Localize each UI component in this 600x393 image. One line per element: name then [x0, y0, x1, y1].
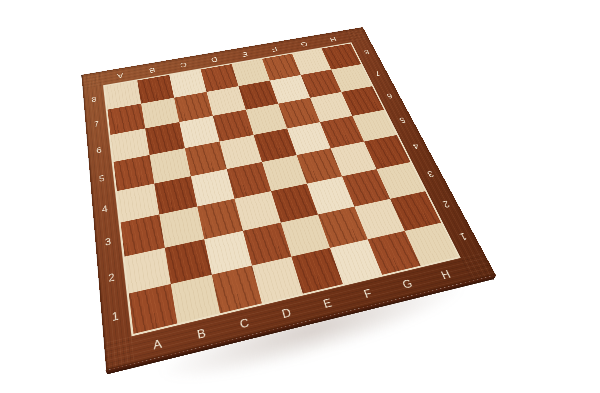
file-label-top-h: H — [328, 36, 337, 43]
file-label-bottom-d: D — [281, 306, 293, 320]
file-label-bottom-b: B — [196, 326, 207, 340]
square-d3 — [235, 191, 281, 231]
file-label-top-d: D — [210, 56, 218, 63]
square-b4 — [154, 176, 197, 214]
square-b1 — [171, 275, 220, 324]
square-a2 — [125, 248, 171, 294]
square-c1 — [212, 266, 262, 314]
perspective-scene: AA88BB77CC66DD55EE44FF33GG22HH11 — [0, 0, 600, 393]
file-label-top-f: F — [271, 46, 279, 53]
square-e2 — [281, 215, 330, 257]
rank-label-left-3: 3 — [105, 237, 112, 247]
rank-label-left-7: 7 — [94, 120, 100, 128]
rank-label-right-8: 8 — [362, 49, 369, 55]
chess-board: AA88BB77CC66DD55EE44FF33GG22HH11 — [82, 27, 496, 370]
square-c4 — [191, 169, 235, 206]
file-label-top-e: E — [240, 51, 248, 58]
square-f2 — [318, 207, 368, 248]
square-e1 — [291, 248, 343, 294]
file-label-bottom-c: C — [239, 316, 251, 330]
square-c3 — [197, 199, 243, 239]
square-f3 — [307, 176, 355, 214]
square-d2 — [243, 223, 291, 266]
rank-label-right-4: 4 — [411, 142, 420, 150]
playing-field — [103, 42, 461, 336]
square-h1 — [405, 223, 458, 266]
file-label-top-g: G — [299, 40, 308, 47]
file-label-bottom-h: H — [439, 268, 452, 280]
rank-label-left-5: 5 — [99, 174, 106, 183]
chessboard-photo: AA88BB77CC66DD55EE44FF33GG22HH11 — [0, 0, 600, 393]
square-g2 — [354, 199, 404, 239]
square-a3 — [121, 214, 165, 256]
rank-label-right-5: 5 — [398, 116, 406, 124]
square-h2 — [390, 191, 441, 231]
square-g3 — [342, 169, 390, 206]
square-f1 — [330, 239, 382, 284]
file-label-top-c: C — [179, 61, 187, 68]
square-b5 — [150, 148, 191, 183]
file-label-bottom-g: G — [400, 277, 414, 290]
file-label-top-a: A — [116, 72, 123, 79]
square-h3 — [377, 162, 426, 199]
rank-label-right-3: 3 — [425, 169, 434, 178]
square-a4 — [117, 184, 159, 223]
square-d1 — [252, 257, 303, 304]
rank-label-left-1: 1 — [112, 311, 120, 323]
file-label-bottom-e: E — [322, 296, 334, 309]
file-label-top-b: B — [148, 66, 155, 73]
square-h4 — [364, 135, 410, 169]
square-a1 — [129, 284, 177, 334]
square-c2 — [204, 231, 252, 275]
rank-label-right-1: 1 — [457, 231, 467, 241]
rank-label-right-2: 2 — [441, 199, 451, 209]
file-label-bottom-a: A — [152, 337, 162, 351]
rank-label-left-4: 4 — [102, 204, 109, 214]
rank-label-left-8: 8 — [91, 96, 97, 103]
rank-label-left-2: 2 — [108, 272, 116, 283]
square-e3 — [271, 184, 318, 223]
rank-label-right-6: 6 — [385, 92, 393, 99]
rank-label-left-6: 6 — [96, 146, 102, 154]
square-g1 — [368, 231, 421, 275]
square-b3 — [159, 207, 204, 248]
file-label-bottom-f: F — [362, 287, 373, 300]
square-b2 — [165, 239, 212, 284]
square-d4 — [227, 162, 271, 199]
square-a5 — [114, 155, 155, 191]
rank-label-right-7: 7 — [373, 70, 381, 77]
